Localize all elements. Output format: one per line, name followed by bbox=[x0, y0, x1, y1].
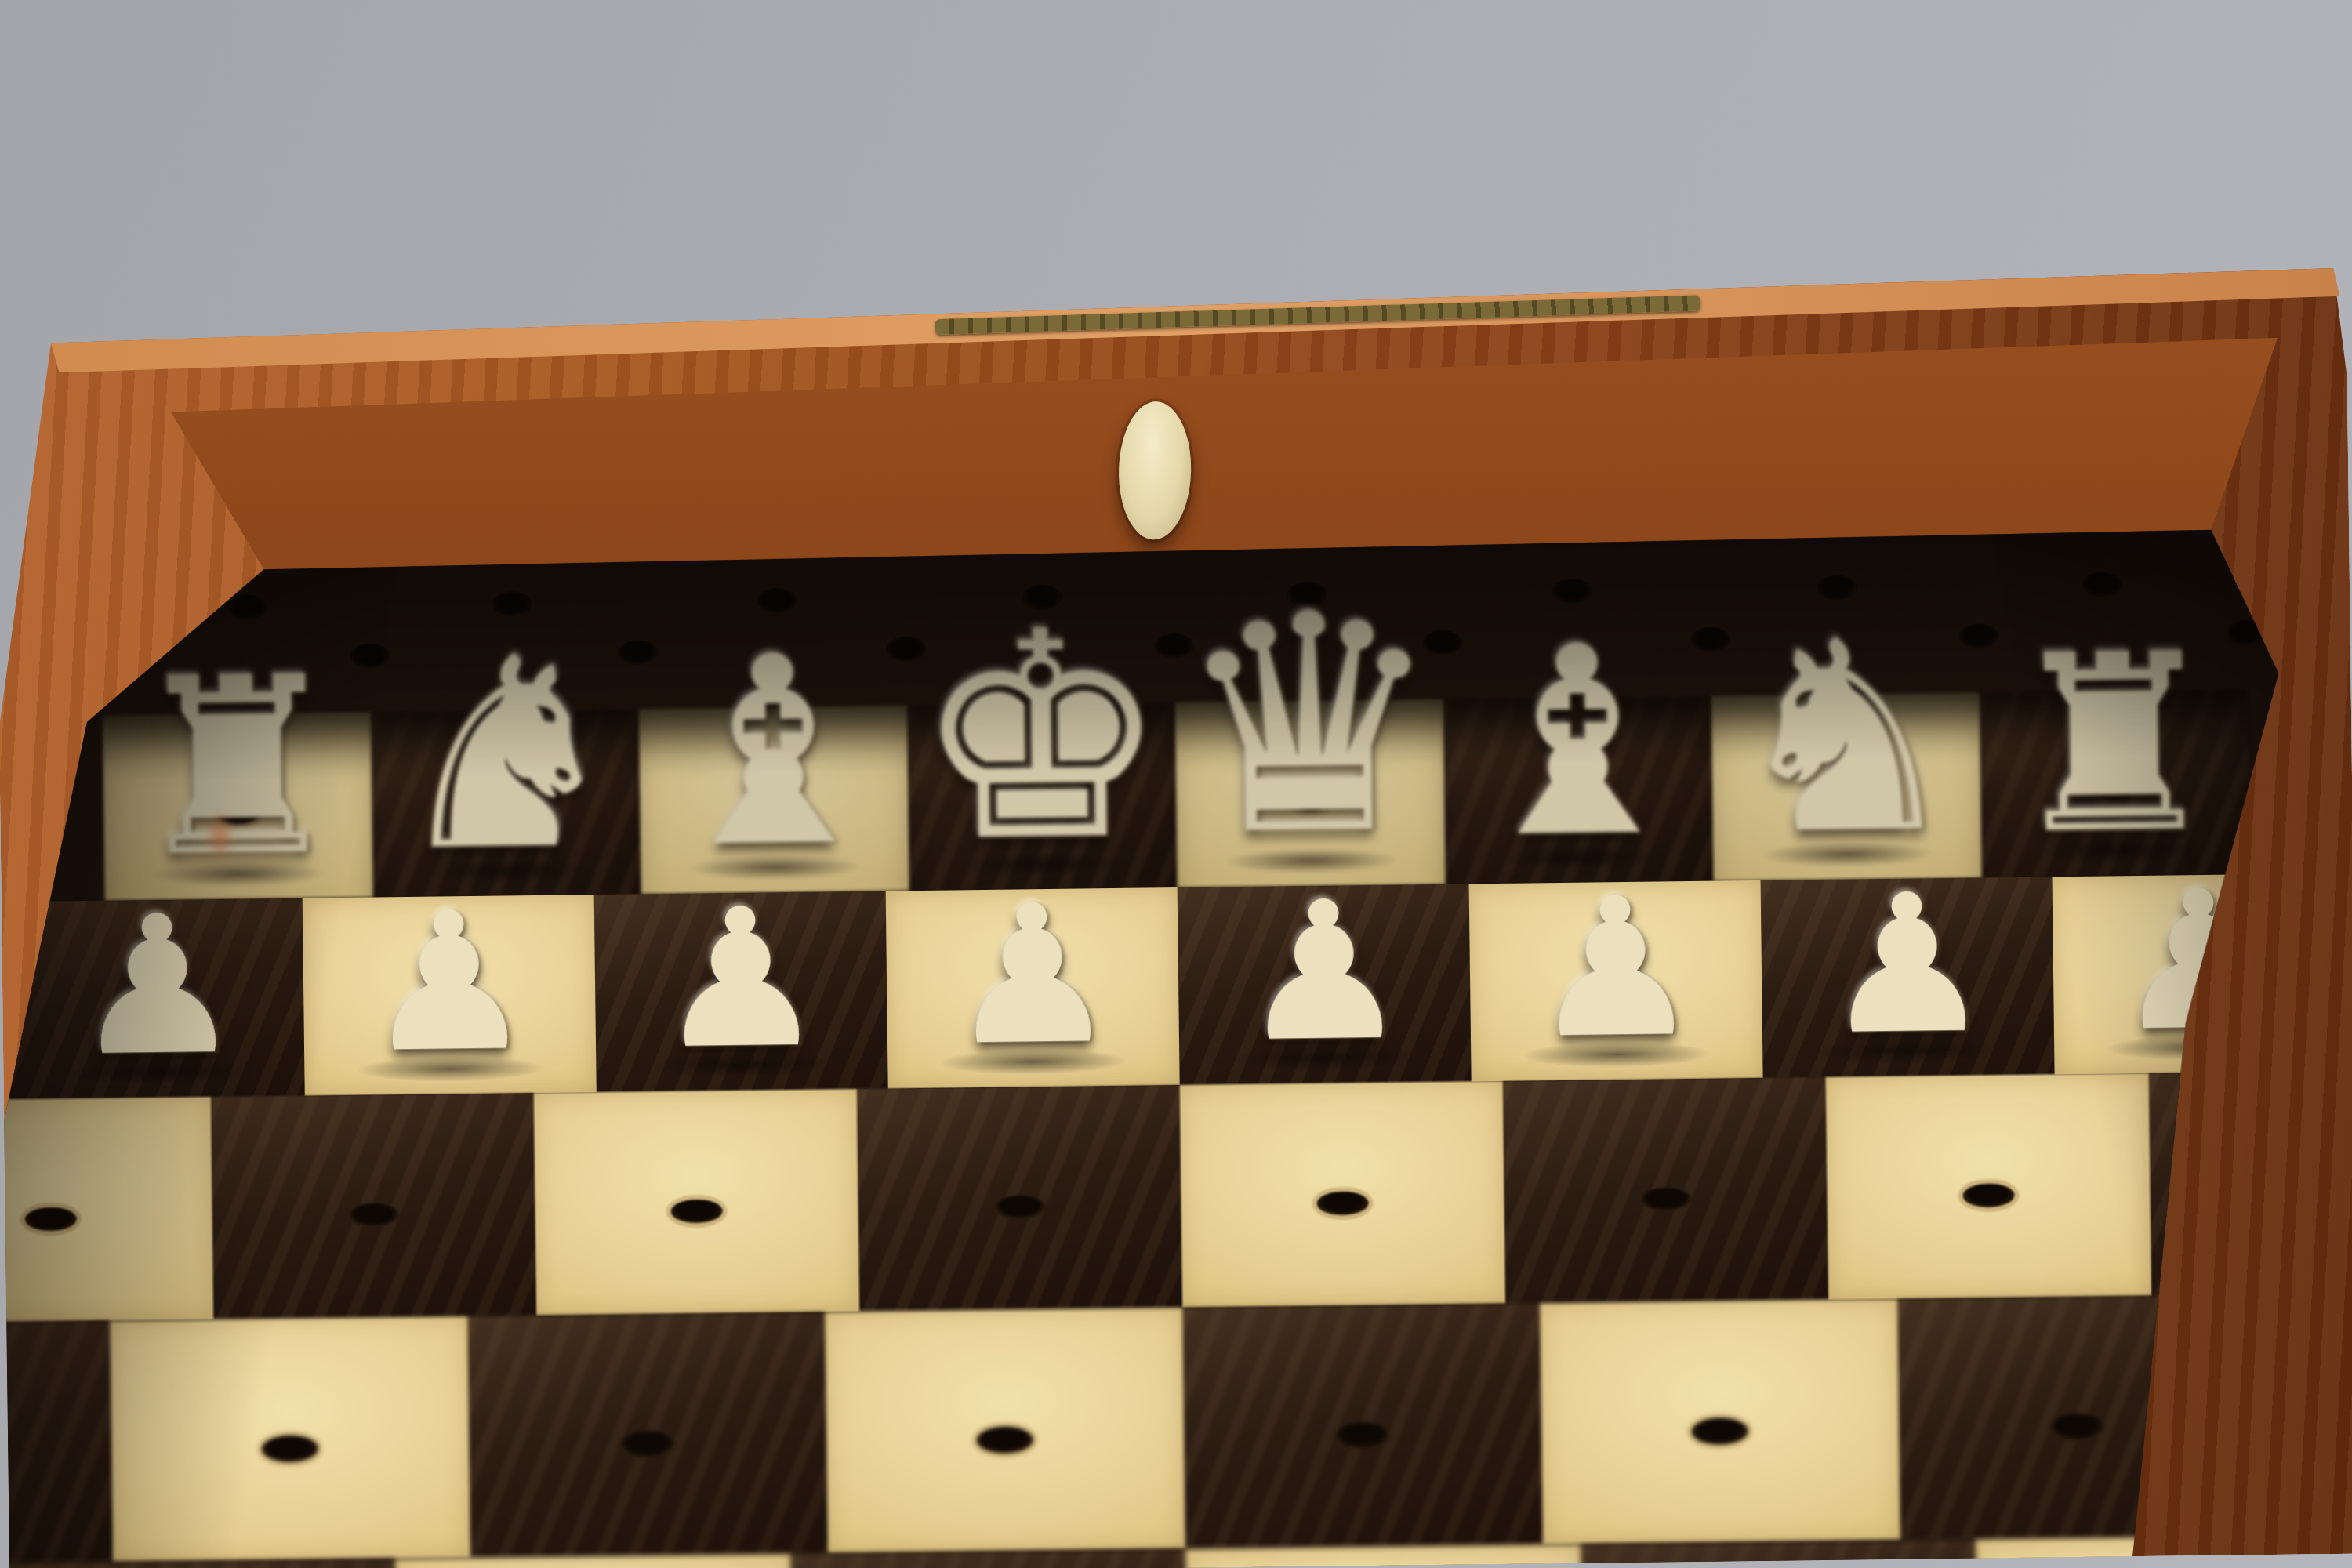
peg-hole bbox=[993, 1195, 1045, 1220]
light-square: ♟ bbox=[303, 895, 597, 1096]
dark-square: ♞ bbox=[371, 709, 641, 897]
peg-hole bbox=[670, 1199, 722, 1224]
peg-hole bbox=[2081, 572, 2122, 597]
photo-stage: ♜♞♝♚♛♝♞♜♟♟♟♟♟♟♟♟ bbox=[0, 0, 2352, 1568]
light-square bbox=[1540, 1299, 1900, 1545]
dark-square: ♟ bbox=[1761, 877, 2055, 1078]
peg-hole bbox=[25, 1207, 77, 1232]
dark-square bbox=[0, 1321, 113, 1567]
white-pawn: ♟ bbox=[1237, 875, 1411, 1069]
peg-hole bbox=[226, 594, 267, 620]
light-square bbox=[534, 1089, 859, 1316]
peg-hole bbox=[1958, 623, 1998, 649]
peg-hole bbox=[1691, 1418, 1748, 1446]
white-pawn: ♟ bbox=[71, 890, 245, 1083]
dark-square: ♟ bbox=[1178, 884, 1472, 1085]
peg-hole bbox=[1334, 1422, 1392, 1450]
peg-hole bbox=[1690, 626, 1730, 652]
dark-square bbox=[857, 1085, 1182, 1312]
white-bishop: ♝ bbox=[655, 621, 892, 884]
light-square bbox=[1180, 1081, 1505, 1308]
white-pawn: ♟ bbox=[946, 879, 1120, 1073]
peg-hole bbox=[349, 643, 390, 669]
peg-hole bbox=[262, 1436, 319, 1463]
white-knight: ♞ bbox=[386, 622, 625, 888]
peg-hole bbox=[348, 1203, 400, 1228]
white-bishop: ♝ bbox=[1460, 612, 1697, 875]
peg-hole bbox=[2049, 1414, 2106, 1441]
peg-hole bbox=[1316, 1191, 1368, 1216]
light-square bbox=[825, 1308, 1185, 1554]
light-square: ♜ bbox=[103, 713, 373, 901]
light-square: ♟ bbox=[1469, 880, 1763, 1082]
dark-square bbox=[467, 1312, 828, 1559]
white-knight: ♞ bbox=[1726, 605, 1965, 872]
board-rank-3 bbox=[0, 1069, 2352, 1323]
light-square bbox=[110, 1316, 470, 1563]
white-queen: ♛ bbox=[1173, 574, 1446, 878]
white-king: ♚ bbox=[912, 593, 1171, 881]
peg-hole bbox=[1962, 1183, 2014, 1208]
peg-hole bbox=[619, 1431, 677, 1458]
white-pawn: ♟ bbox=[1529, 872, 1703, 1065]
board-rank-2: ♟♟♟♟♟♟♟♟ bbox=[11, 873, 2347, 1099]
light-square bbox=[1826, 1073, 2151, 1300]
white-pawn: ♟ bbox=[1820, 868, 1994, 1062]
white-pawn: ♟ bbox=[362, 886, 536, 1080]
dark-square bbox=[1503, 1077, 1828, 1304]
margin-hole-cell bbox=[1969, 568, 2234, 602]
dark-square: ♟ bbox=[11, 898, 305, 1100]
peg-hole bbox=[1639, 1187, 1691, 1212]
board-rank-4 bbox=[0, 1290, 2352, 1567]
dark-square bbox=[1182, 1303, 1543, 1549]
peg-board-well: ♜♞♝♚♛♝♞♜♟♟♟♟♟♟♟♟ bbox=[0, 0, 2352, 1568]
dark-square: ♟ bbox=[594, 891, 888, 1093]
dark-square: ♚ bbox=[907, 702, 1178, 891]
white-rook: ♜ bbox=[126, 644, 349, 891]
dark-square bbox=[211, 1093, 536, 1319]
light-square: ♟ bbox=[886, 887, 1180, 1089]
peg-hole bbox=[977, 1427, 1034, 1454]
light-square bbox=[0, 1097, 213, 1323]
chess-box-scene: ♜♞♝♚♛♝♞♜♟♟♟♟♟♟♟♟ bbox=[0, 0, 2352, 1568]
white-rook: ♜ bbox=[2003, 621, 2226, 868]
white-pawn: ♟ bbox=[654, 882, 828, 1076]
light-square: ♝ bbox=[639, 706, 909, 894]
